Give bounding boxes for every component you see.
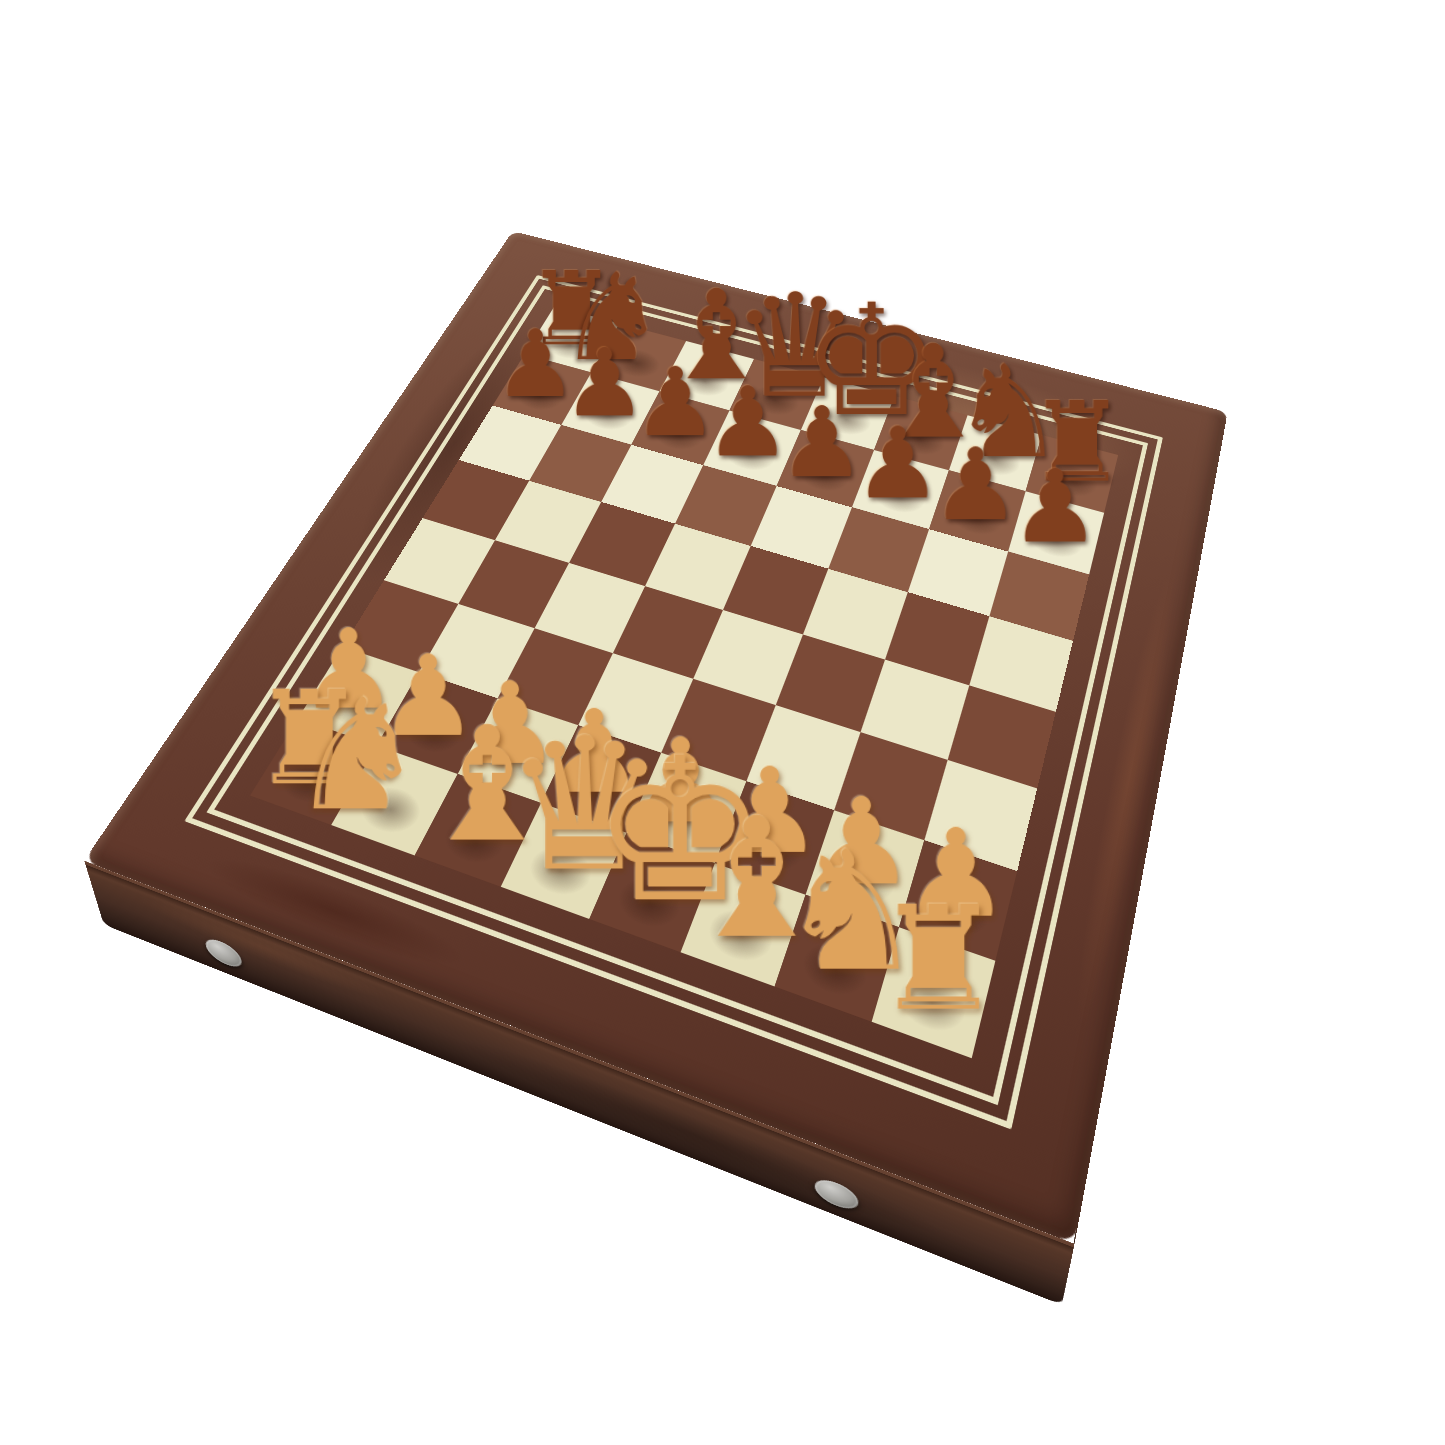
photo-stage: ♜♞♝♛♚♝♞♜♟♟♟♟♟♟♟♟♟♟♟♟♟♟♟♟♜♞♝♛♚♝♞♜	[0, 0, 1445, 1445]
piece-shadow	[537, 325, 602, 366]
piece-shadow	[865, 472, 933, 521]
piece-shadow	[791, 930, 878, 1008]
piece-shadow	[517, 835, 604, 906]
piece-shadow	[505, 374, 573, 417]
square-f4	[776, 634, 885, 732]
piece-shadow	[347, 776, 433, 843]
piece-shadow	[1038, 457, 1104, 505]
piece-shadow	[642, 783, 725, 851]
piece-shadow	[697, 897, 784, 973]
snap-button-left	[204, 935, 245, 972]
piece-shadow	[731, 812, 814, 882]
piece-shadow	[557, 755, 640, 821]
piece-shadow	[313, 674, 395, 735]
square-d5	[645, 524, 751, 610]
chess-box: ♜♞♝♛♚♝♞♜♟♟♟♟♟♟♟♟♟♟♟♟♟♟♟♟♜♞♝♛♚♝♞♜	[84, 231, 1228, 1244]
piece-shadow	[1021, 514, 1089, 565]
piece-shadow	[392, 700, 474, 762]
piece-shadow	[821, 843, 904, 915]
piece-shadow	[606, 866, 693, 939]
scene: ♜♞♝♛♚♝♞♜♟♟♟♟♟♟♟♟♟♟♟♟♟♟♟♟♜♞♝♛♚♝♞♜	[0, 0, 1445, 1445]
snap-button-right	[814, 1174, 859, 1213]
piece-shadow	[888, 963, 975, 1043]
square-h6	[989, 552, 1089, 641]
piece-shadow	[604, 342, 669, 384]
piece-shadow	[574, 393, 642, 437]
piece-shadow	[266, 748, 352, 813]
